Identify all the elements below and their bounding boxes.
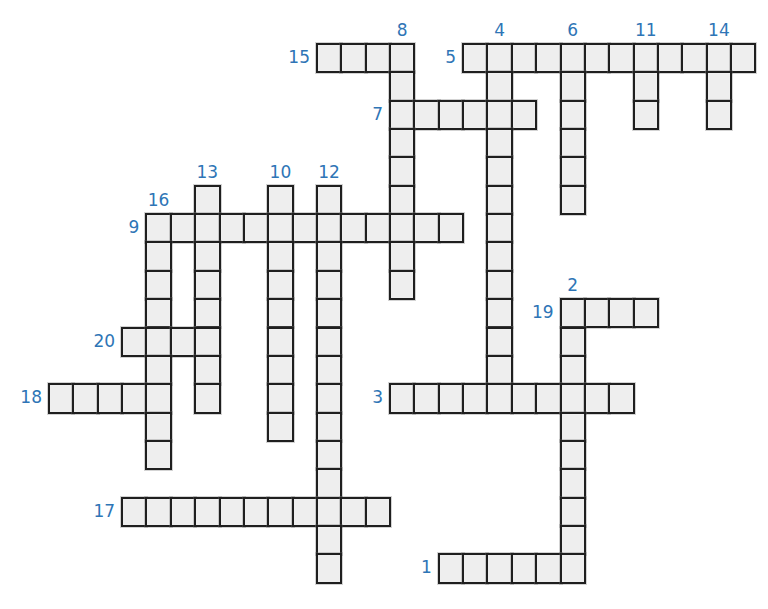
grid-cell-r7-c18[interactable]: [486, 241, 512, 271]
clue-number-12-down: 12: [309, 162, 349, 182]
grid-cell-r9-c18[interactable]: [486, 298, 512, 328]
grid-cell-r0-c24[interactable]: [633, 43, 659, 73]
grid-cell-r17-c21[interactable]: [560, 525, 586, 555]
grid-cell-r8-c11[interactable]: [316, 270, 342, 300]
grid-cell-r12-c2[interactable]: [97, 383, 123, 413]
grid-cell-r3-c18[interactable]: [486, 128, 512, 158]
grid-cell-r8-c14[interactable]: [389, 270, 415, 300]
grid-cell-r8-c6[interactable]: [194, 270, 220, 300]
clue-number-1-across: 1: [392, 557, 432, 577]
grid-cell-r1-c24[interactable]: [633, 71, 659, 101]
grid-cell-r2-c15[interactable]: [413, 100, 439, 130]
grid-cell-r10-c11[interactable]: [316, 327, 342, 357]
grid-cell-r18-c17[interactable]: [462, 553, 488, 583]
grid-cell-r18-c11[interactable]: [316, 553, 342, 583]
grid-cell-r0-c27[interactable]: [706, 43, 732, 73]
grid-cell-r9-c23[interactable]: [608, 298, 634, 328]
clue-number-17-across: 17: [75, 501, 115, 521]
grid-cell-r0-c18[interactable]: [486, 43, 512, 73]
grid-cell-r16-c5[interactable]: [170, 497, 196, 527]
grid-cell-r8-c18[interactable]: [486, 270, 512, 300]
grid-cell-r18-c21[interactable]: [560, 553, 586, 583]
grid-cell-r9-c6[interactable]: [194, 298, 220, 328]
grid-cell-r14-c11[interactable]: [316, 440, 342, 470]
page: { "game": "crossword", "puzzle_type": "c…: [0, 0, 768, 609]
grid-cell-r6-c15[interactable]: [413, 213, 439, 243]
grid-cell-r16-c6[interactable]: [194, 497, 220, 527]
grid-cell-r6-c7[interactable]: [219, 213, 245, 243]
grid-cell-r12-c11[interactable]: [316, 383, 342, 413]
grid-cell-r5-c18[interactable]: [486, 185, 512, 215]
clue-number-5-across: 5: [416, 47, 456, 67]
grid-cell-r0-c26[interactable]: [681, 43, 707, 73]
grid-cell-r6-c10[interactable]: [292, 213, 318, 243]
grid-cell-r0-c17[interactable]: [462, 43, 488, 73]
grid-cell-r0-c12[interactable]: [340, 43, 366, 73]
grid-cell-r10-c18[interactable]: [486, 327, 512, 357]
grid-cell-r13-c4[interactable]: [145, 412, 171, 442]
grid-cell-r12-c18[interactable]: [486, 383, 512, 413]
grid-cell-r0-c19[interactable]: [511, 43, 537, 73]
grid-cell-r6-c13[interactable]: [365, 213, 391, 243]
grid-cell-r12-c17[interactable]: [462, 383, 488, 413]
grid-cell-r15-c21[interactable]: [560, 468, 586, 498]
clue-number-20-across: 20: [75, 331, 115, 351]
grid-cell-r10-c5[interactable]: [170, 327, 196, 357]
grid-cell-r16-c11[interactable]: [316, 497, 342, 527]
grid-cell-r5-c11[interactable]: [316, 185, 342, 215]
grid-cell-r13-c21[interactable]: [560, 412, 586, 442]
grid-cell-r9-c9[interactable]: [267, 298, 293, 328]
grid-cell-r1-c18[interactable]: [486, 71, 512, 101]
clue-number-2-down: 2: [553, 275, 593, 295]
grid-cell-r9-c22[interactable]: [584, 298, 610, 328]
grid-cell-r12-c15[interactable]: [413, 383, 439, 413]
grid-cell-r2-c27[interactable]: [706, 100, 732, 130]
grid-cell-r14-c4[interactable]: [145, 440, 171, 470]
grid-cell-r4-c18[interactable]: [486, 156, 512, 186]
grid-cell-r5-c6[interactable]: [194, 185, 220, 215]
clue-number-8-down: 8: [382, 20, 422, 40]
grid-cell-r12-c21[interactable]: [560, 383, 586, 413]
grid-cell-r6-c6[interactable]: [194, 213, 220, 243]
clue-number-6-down: 6: [553, 20, 593, 40]
grid-cell-r7-c14[interactable]: [389, 241, 415, 271]
clue-number-7-across: 7: [343, 104, 383, 124]
grid-cell-r12-c3[interactable]: [121, 383, 147, 413]
grid-cell-r11-c11[interactable]: [316, 355, 342, 385]
grid-cell-r12-c19[interactable]: [511, 383, 537, 413]
grid-cell-r11-c21[interactable]: [560, 355, 586, 385]
grid-cell-r12-c23[interactable]: [608, 383, 634, 413]
grid-cell-r4-c21[interactable]: [560, 156, 586, 186]
grid-cell-r16-c9[interactable]: [267, 497, 293, 527]
clue-number-3-across: 3: [343, 387, 383, 407]
grid-cell-r0-c13[interactable]: [365, 43, 391, 73]
grid-cell-r16-c21[interactable]: [560, 497, 586, 527]
grid-cell-r0-c28[interactable]: [730, 43, 756, 73]
grid-cell-r13-c11[interactable]: [316, 412, 342, 442]
grid-cell-r12-c6[interactable]: [194, 383, 220, 413]
clue-number-16-down: 16: [139, 190, 179, 210]
clue-number-11-down: 11: [626, 20, 666, 40]
grid-cell-r5-c9[interactable]: [267, 185, 293, 215]
grid-cell-r8-c4[interactable]: [145, 270, 171, 300]
grid-cell-r10-c4[interactable]: [145, 327, 171, 357]
grid-cell-r18-c18[interactable]: [486, 553, 512, 583]
grid-cell-r6-c5[interactable]: [170, 213, 196, 243]
grid-cell-r16-c10[interactable]: [292, 497, 318, 527]
grid-cell-r12-c16[interactable]: [438, 383, 464, 413]
grid-cell-r9-c24[interactable]: [633, 298, 659, 328]
crossword-board: 1557919201831718461114131012162: [0, 0, 768, 609]
clue-number-15-across: 15: [270, 47, 310, 67]
grid-cell-r10-c21[interactable]: [560, 327, 586, 357]
grid-cell-r0-c11[interactable]: [316, 43, 342, 73]
grid-cell-r6-c9[interactable]: [267, 213, 293, 243]
grid-cell-r16-c3[interactable]: [121, 497, 147, 527]
grid-cell-r14-c21[interactable]: [560, 440, 586, 470]
grid-cell-r11-c18[interactable]: [486, 355, 512, 385]
grid-cell-r3-c14[interactable]: [389, 128, 415, 158]
grid-cell-r15-c11[interactable]: [316, 468, 342, 498]
grid-cell-r0-c25[interactable]: [657, 43, 683, 73]
grid-cell-r18-c19[interactable]: [511, 553, 537, 583]
grid-cell-r9-c4[interactable]: [145, 298, 171, 328]
grid-cell-r9-c11[interactable]: [316, 298, 342, 328]
grid-cell-r12-c0[interactable]: [48, 383, 74, 413]
grid-cell-r16-c12[interactable]: [340, 497, 366, 527]
grid-cell-r1-c14[interactable]: [389, 71, 415, 101]
grid-cell-r6-c8[interactable]: [243, 213, 269, 243]
grid-cell-r16-c8[interactable]: [243, 497, 269, 527]
grid-cell-r6-c12[interactable]: [340, 213, 366, 243]
clue-number-4-down: 4: [480, 20, 520, 40]
grid-cell-r7-c11[interactable]: [316, 241, 342, 271]
grid-cell-r10-c6[interactable]: [194, 327, 220, 357]
grid-cell-r2-c14[interactable]: [389, 100, 415, 130]
grid-cell-r0-c20[interactable]: [535, 43, 561, 73]
grid-cell-r2-c18[interactable]: [486, 100, 512, 130]
grid-cell-r10-c3[interactable]: [121, 327, 147, 357]
grid-cell-r17-c11[interactable]: [316, 525, 342, 555]
clue-number-19-across: 19: [514, 302, 554, 322]
grid-cell-r16-c7[interactable]: [219, 497, 245, 527]
grid-cell-r0-c14[interactable]: [389, 43, 415, 73]
grid-cell-r2-c24[interactable]: [633, 100, 659, 130]
grid-cell-r6-c11[interactable]: [316, 213, 342, 243]
grid-cell-r6-c4[interactable]: [145, 213, 171, 243]
grid-cell-r7-c4[interactable]: [145, 241, 171, 271]
clue-number-9-across: 9: [99, 217, 139, 237]
grid-cell-r1-c21[interactable]: [560, 71, 586, 101]
grid-cell-r12-c22[interactable]: [584, 383, 610, 413]
grid-cell-r0-c23[interactable]: [608, 43, 634, 73]
clue-number-10-down: 10: [260, 162, 300, 182]
grid-cell-r0-c22[interactable]: [584, 43, 610, 73]
grid-cell-r6-c14[interactable]: [389, 213, 415, 243]
clue-number-14-down: 14: [699, 20, 739, 40]
grid-cell-r3-c21[interactable]: [560, 128, 586, 158]
grid-cell-r2-c16[interactable]: [438, 100, 464, 130]
grid-cell-r11-c6[interactable]: [194, 355, 220, 385]
grid-cell-r8-c9[interactable]: [267, 270, 293, 300]
grid-cell-r12-c4[interactable]: [145, 383, 171, 413]
grid-cell-r12-c20[interactable]: [535, 383, 561, 413]
grid-cell-r2-c17[interactable]: [462, 100, 488, 130]
grid-cell-r5-c14[interactable]: [389, 185, 415, 215]
grid-cell-r2-c19[interactable]: [511, 100, 537, 130]
grid-cell-r13-c9[interactable]: [267, 412, 293, 442]
grid-cell-r11-c4[interactable]: [145, 355, 171, 385]
grid-cell-r5-c21[interactable]: [560, 185, 586, 215]
grid-cell-r12-c1[interactable]: [72, 383, 98, 413]
grid-cell-r10-c9[interactable]: [267, 327, 293, 357]
grid-cell-r0-c21[interactable]: [560, 43, 586, 73]
grid-cell-r7-c9[interactable]: [267, 241, 293, 271]
grid-cell-r12-c9[interactable]: [267, 383, 293, 413]
grid-cell-r6-c16[interactable]: [438, 213, 464, 243]
grid-cell-r18-c16[interactable]: [438, 553, 464, 583]
clue-number-18-across: 18: [2, 387, 42, 407]
grid-cell-r4-c14[interactable]: [389, 156, 415, 186]
grid-cell-r18-c20[interactable]: [535, 553, 561, 583]
grid-cell-r16-c13[interactable]: [365, 497, 391, 527]
grid-cell-r11-c9[interactable]: [267, 355, 293, 385]
clue-number-13-down: 13: [187, 162, 227, 182]
grid-cell-r7-c6[interactable]: [194, 241, 220, 271]
grid-cell-r1-c27[interactable]: [706, 71, 732, 101]
grid-cell-r2-c21[interactable]: [560, 100, 586, 130]
grid-cell-r16-c4[interactable]: [145, 497, 171, 527]
grid-cell-r6-c18[interactable]: [486, 213, 512, 243]
grid-cell-r12-c14[interactable]: [389, 383, 415, 413]
grid-cell-r9-c21[interactable]: [560, 298, 586, 328]
